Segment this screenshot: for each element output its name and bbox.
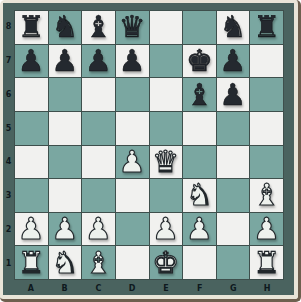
black-bishop: ♝ [85,12,112,42]
square-a3[interactable] [15,179,48,212]
square-g1[interactable] [217,246,250,279]
square-b3[interactable] [49,179,82,212]
square-h2[interactable]: ♟ [250,213,283,246]
square-e8[interactable] [150,11,183,44]
white-rook: ♜ [18,248,45,278]
white-knight: ♞ [51,248,78,278]
square-d3[interactable] [116,179,149,212]
white-rook: ♜ [253,248,280,278]
white-bishop: ♝ [253,180,280,210]
black-rook: ♜ [253,12,280,42]
chess-board: ♜♞♝♛♞♜♟♟♟♟♚♟♝♟♟♛♞♝♟♟♟♟♟♟♜♞♝♚♜ [14,10,284,280]
square-h1[interactable]: ♜ [250,246,283,279]
square-e6[interactable] [150,78,183,111]
black-pawn: ♟ [85,46,112,76]
square-c5[interactable] [82,112,115,145]
rank-label-8: 8 [3,10,14,44]
square-d1[interactable] [116,246,149,279]
white-queen: ♛ [152,147,179,177]
image-frame: 87654321 ♜♞♝♛♞♜♟♟♟♟♚♟♝♟♟♛♞♝♟♟♟♟♟♟♜♞♝♚♜ A… [0,0,301,302]
rank-label-3: 3 [3,179,14,213]
white-knight: ♞ [186,180,213,210]
square-g5[interactable] [217,112,250,145]
square-f4[interactable] [183,146,216,179]
square-f5[interactable] [183,112,216,145]
black-pawn: ♟ [18,46,45,76]
square-d4[interactable]: ♟ [116,146,149,179]
file-label-a: A [14,281,48,295]
square-a8[interactable]: ♜ [15,11,48,44]
square-c4[interactable] [82,146,115,179]
square-e4[interactable]: ♛ [150,146,183,179]
square-e7[interactable] [150,45,183,78]
square-h8[interactable]: ♜ [250,11,283,44]
square-c8[interactable]: ♝ [82,11,115,44]
black-pawn: ♟ [119,46,146,76]
square-a4[interactable] [15,146,48,179]
rank-label-7: 7 [3,44,14,78]
square-f2[interactable]: ♟ [183,213,216,246]
white-pawn: ♟ [186,214,213,244]
square-c1[interactable]: ♝ [82,246,115,279]
black-pawn: ♟ [220,46,247,76]
file-label-h: H [250,281,284,295]
square-b6[interactable] [49,78,82,111]
white-pawn: ♟ [85,214,112,244]
file-label-d: D [115,281,149,295]
square-b2[interactable]: ♟ [49,213,82,246]
square-f1[interactable] [183,246,216,279]
square-d8[interactable]: ♛ [116,11,149,44]
square-h7[interactable] [250,45,283,78]
white-pawn: ♟ [51,214,78,244]
white-king: ♚ [152,248,179,278]
rank-labels: 87654321 [3,10,14,280]
square-f8[interactable] [183,11,216,44]
white-pawn: ♟ [18,214,45,244]
file-label-b: B [48,281,82,295]
file-label-f: F [183,281,217,295]
rank-label-6: 6 [3,78,14,112]
black-rook: ♜ [18,12,45,42]
square-b8[interactable]: ♞ [49,11,82,44]
square-e5[interactable] [150,112,183,145]
square-e2[interactable]: ♟ [150,213,183,246]
square-b7[interactable]: ♟ [49,45,82,78]
square-a5[interactable] [15,112,48,145]
rank-label-2: 2 [3,213,14,247]
square-f3[interactable]: ♞ [183,179,216,212]
black-king: ♚ [186,46,213,76]
black-knight: ♞ [51,12,78,42]
square-h4[interactable] [250,146,283,179]
white-pawn: ♟ [119,147,146,177]
square-c6[interactable] [82,78,115,111]
black-pawn: ♟ [220,80,247,110]
square-b5[interactable] [49,112,82,145]
square-g3[interactable] [217,179,250,212]
file-label-c: C [82,281,116,295]
square-g2[interactable] [217,213,250,246]
square-c7[interactable]: ♟ [82,45,115,78]
rank-label-4: 4 [3,145,14,179]
square-h3[interactable]: ♝ [250,179,283,212]
board-panel: 87654321 ♜♞♝♛♞♜♟♟♟♟♚♟♝♟♟♛♞♝♟♟♟♟♟♟♜♞♝♚♜ A… [3,3,294,295]
square-d6[interactable] [116,78,149,111]
square-f7[interactable]: ♚ [183,45,216,78]
square-e1[interactable]: ♚ [150,246,183,279]
white-bishop: ♝ [85,248,112,278]
black-knight: ♞ [220,12,247,42]
black-queen: ♛ [119,12,146,42]
square-f6[interactable]: ♝ [183,78,216,111]
square-a7[interactable]: ♟ [15,45,48,78]
square-g6[interactable]: ♟ [217,78,250,111]
square-c2[interactable]: ♟ [82,213,115,246]
square-a6[interactable] [15,78,48,111]
square-h5[interactable] [250,112,283,145]
square-b1[interactable]: ♞ [49,246,82,279]
file-labels: ABCDEFGH [14,281,284,295]
square-a1[interactable]: ♜ [15,246,48,279]
black-pawn: ♟ [51,46,78,76]
square-d7[interactable]: ♟ [116,45,149,78]
rank-label-1: 1 [3,246,14,280]
square-g7[interactable]: ♟ [217,45,250,78]
square-d2[interactable] [116,213,149,246]
white-pawn: ♟ [152,214,179,244]
square-b4[interactable] [49,146,82,179]
square-c3[interactable] [82,179,115,212]
square-d5[interactable] [116,112,149,145]
file-label-g: G [217,281,251,295]
square-e3[interactable] [150,179,183,212]
square-g8[interactable]: ♞ [217,11,250,44]
square-g4[interactable] [217,146,250,179]
black-bishop: ♝ [186,80,213,110]
square-h6[interactable] [250,78,283,111]
square-a2[interactable]: ♟ [15,213,48,246]
rank-label-5: 5 [3,111,14,145]
white-pawn: ♟ [253,214,280,244]
file-label-e: E [149,281,183,295]
